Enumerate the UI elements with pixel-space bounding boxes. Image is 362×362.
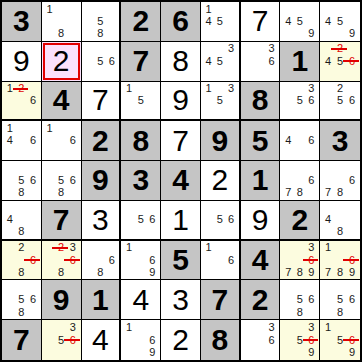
candidate-grid: 16 xyxy=(42,121,81,160)
solved-digit: 7 xyxy=(241,2,280,41)
cell-r3c1[interactable]: 126 xyxy=(2,82,42,122)
candidate-8: 8 xyxy=(16,306,28,318)
candidate-grid: 56 xyxy=(201,201,239,239)
candidate-7: 7 xyxy=(322,266,334,278)
candidate-1: 1 xyxy=(4,122,16,134)
candidate-5: 5 xyxy=(294,15,306,27)
candidate-grid: 56 xyxy=(121,201,160,239)
candidate-5: 5 xyxy=(334,94,346,106)
candidate-8: 8 xyxy=(294,266,306,278)
cell-r6c2[interactable]: 7 xyxy=(42,201,82,241)
candidate-8: 8 xyxy=(16,266,28,278)
cell-r8c1[interactable]: 568 xyxy=(2,280,42,320)
given-digit: 1 xyxy=(280,42,319,81)
candidate-grid: 145 xyxy=(201,2,239,41)
solved-digit: 2 xyxy=(161,320,200,360)
candidate-9: 9 xyxy=(147,266,159,278)
candidate-grid: 345 xyxy=(201,42,239,81)
cell-r3c3[interactable]: 7 xyxy=(82,82,122,122)
candidate-8: 8 xyxy=(55,187,67,199)
cell-r5c1[interactable]: 568 xyxy=(2,161,42,201)
candidate-grid: 356 xyxy=(42,320,81,360)
given-digit: 2 xyxy=(82,121,120,160)
solved-digit: 7 xyxy=(161,121,200,160)
cell-r1c2[interactable]: 18 xyxy=(42,2,82,42)
cell-r6c6[interactable]: 56 xyxy=(201,201,241,241)
cell-r5c7[interactable]: 1 xyxy=(241,161,281,201)
given-digit: 4 xyxy=(42,82,81,120)
candidate-1: 1 xyxy=(203,3,214,15)
cell-r5c9[interactable]: 678 xyxy=(320,161,360,201)
candidate-grid: 58 xyxy=(82,2,120,41)
candidate-4: 4 xyxy=(203,55,214,67)
candidate-4: 4 xyxy=(4,135,16,147)
candidate-8: 8 xyxy=(334,187,346,199)
candidate-6: 6 xyxy=(306,135,318,147)
candidate-8: 8 xyxy=(55,28,67,40)
candidate-8: 8 xyxy=(55,266,67,278)
candidate-grid: 36789 xyxy=(280,241,319,280)
cell-r1c8[interactable]: 459 xyxy=(280,2,320,42)
cell-r6c7[interactable]: 9 xyxy=(241,201,281,241)
cell-r3c8[interactable]: 356 xyxy=(280,82,320,122)
candidate-6: 6 xyxy=(147,334,159,347)
given-digit: 8 xyxy=(121,121,160,160)
cell-r5c8[interactable]: 678 xyxy=(280,161,320,201)
candidate-grid: 3569 xyxy=(280,320,319,360)
candidate-6: 6 xyxy=(27,135,39,147)
cell-r9c5[interactable]: 2 xyxy=(161,320,201,360)
given-digit: 2 xyxy=(121,2,160,41)
cell-r7c6[interactable]: 16 xyxy=(201,241,241,281)
candidate-6: 6 xyxy=(106,254,117,266)
candidate-6-eliminated: 6 xyxy=(306,254,318,266)
given-digit: 2 xyxy=(241,280,280,319)
candidate-grid: 15 xyxy=(121,82,160,120)
cell-r1c7[interactable]: 7 xyxy=(241,2,281,42)
cell-r4c2[interactable]: 16 xyxy=(42,121,82,161)
cell-r6c5[interactable]: 1 xyxy=(161,201,201,241)
cell-r7c4[interactable]: 169 xyxy=(121,241,161,281)
cell-r7c2[interactable]: 2368 xyxy=(42,241,82,281)
cell-r7c8[interactable]: 36789 xyxy=(280,241,320,281)
candidate-7: 7 xyxy=(282,266,294,278)
cell-r5c5[interactable]: 4 xyxy=(161,161,201,201)
candidate-8: 8 xyxy=(334,306,346,318)
candidate-6: 6 xyxy=(147,254,159,266)
given-digit: 5 xyxy=(161,241,200,280)
candidate-9: 9 xyxy=(346,346,358,359)
candidate-9: 9 xyxy=(306,346,318,359)
candidate-grid: 459 xyxy=(320,2,360,41)
cell-r4c3[interactable]: 2 xyxy=(82,121,122,161)
cell-r1c3[interactable]: 58 xyxy=(82,2,122,42)
cell-r2c8[interactable]: 1 xyxy=(280,42,320,82)
cell-r1c4[interactable]: 2 xyxy=(121,2,161,42)
given-digit: 6 xyxy=(161,2,200,41)
cell-r9c1[interactable]: 7 xyxy=(2,320,42,360)
candidate-grid: 568 xyxy=(280,280,319,319)
candidate-grid: 48 xyxy=(2,201,41,239)
cell-r2c4[interactable]: 7 xyxy=(121,42,161,82)
candidate-1: 1 xyxy=(123,321,135,334)
candidate-grid: 459 xyxy=(280,2,319,41)
cell-r4c1[interactable]: 146 xyxy=(2,121,42,161)
cell-r4c6[interactable]: 9 xyxy=(201,121,241,161)
candidate-4: 4 xyxy=(282,135,294,147)
cell-r8c2[interactable]: 9 xyxy=(42,280,82,320)
candidate-grid: 16789 xyxy=(320,241,360,280)
candidate-5: 5 xyxy=(214,94,225,106)
candidate-grid: 48 xyxy=(320,201,360,239)
candidate-5: 5 xyxy=(294,294,306,306)
cell-r9c2[interactable]: 356 xyxy=(42,320,82,360)
candidate-1: 1 xyxy=(44,3,56,15)
candidate-6: 6 xyxy=(67,135,79,147)
cell-r3c5[interactable]: 9 xyxy=(161,82,201,122)
candidate-5: 5 xyxy=(135,94,147,106)
candidate-6: 6 xyxy=(306,174,318,186)
candidate-6: 6 xyxy=(346,94,358,106)
cell-r4c9[interactable]: 3 xyxy=(320,121,360,161)
candidate-6-eliminated: 6 xyxy=(27,254,39,266)
candidate-9: 9 xyxy=(147,346,159,359)
cell-r1c6[interactable]: 145 xyxy=(201,2,241,42)
solved-digit: 7 xyxy=(82,82,120,120)
cell-r9c7[interactable]: 36 xyxy=(241,320,281,360)
given-digit: 7 xyxy=(201,280,239,319)
candidate-3: 3 xyxy=(306,83,318,95)
cell-r4c4[interactable]: 8 xyxy=(121,121,161,161)
candidate-4: 4 xyxy=(322,55,334,67)
given-digit: 8 xyxy=(241,82,280,120)
given-digit: 3 xyxy=(320,121,360,160)
candidate-grid: 1569 xyxy=(320,320,360,360)
solved-digit: 3 xyxy=(161,280,200,319)
cell-r8c6[interactable]: 7 xyxy=(201,280,241,320)
candidate-5: 5 xyxy=(214,214,225,226)
given-digit: 7 xyxy=(42,201,81,239)
cell-r1c9[interactable]: 459 xyxy=(320,2,360,42)
given-digit: 5 xyxy=(241,121,280,160)
candidate-1: 1 xyxy=(123,242,135,254)
cell-r3c2[interactable]: 4 xyxy=(42,82,82,122)
candidate-5: 5 xyxy=(16,294,28,306)
cell-r1c1[interactable]: 3 xyxy=(2,2,42,42)
given-digit: 1 xyxy=(241,161,280,200)
candidate-6: 6 xyxy=(147,214,159,226)
cell-r9c8[interactable]: 3569 xyxy=(280,320,320,360)
candidate-4: 4 xyxy=(322,214,334,226)
candidate-6-eliminated: 6 xyxy=(67,334,79,347)
candidate-9: 9 xyxy=(346,266,358,278)
candidate-6: 6 xyxy=(266,334,278,347)
cell-r8c8[interactable]: 568 xyxy=(280,280,320,320)
given-digit: 4 xyxy=(241,241,280,280)
candidate-5: 5 xyxy=(214,15,225,27)
candidate-6: 6 xyxy=(346,294,358,306)
candidate-grid: 146 xyxy=(2,121,41,160)
candidate-grid: 568 xyxy=(42,161,81,200)
candidate-grid: 678 xyxy=(320,161,360,200)
candidate-5: 5 xyxy=(135,214,147,226)
given-digit: 8 xyxy=(201,320,239,360)
candidate-grid: 18 xyxy=(42,2,81,41)
candidate-grid: 135 xyxy=(201,82,239,120)
candidate-3: 3 xyxy=(67,242,79,254)
cell-r4c8[interactable]: 46 xyxy=(280,121,320,161)
candidate-6: 6 xyxy=(266,55,278,67)
cell-r6c8[interactable]: 2 xyxy=(280,201,320,241)
candidate-1: 1 xyxy=(322,242,334,254)
candidate-1: 1 xyxy=(322,321,334,334)
cell-r2c3[interactable]: 56 xyxy=(82,42,122,82)
candidate-6: 6 xyxy=(306,294,318,306)
candidate-5: 5 xyxy=(334,294,346,306)
candidate-7: 7 xyxy=(322,187,334,199)
given-digit: 7 xyxy=(121,42,160,81)
candidate-6: 6 xyxy=(67,174,79,186)
given-digit: 9 xyxy=(82,161,120,200)
candidate-6: 6 xyxy=(27,94,39,106)
solved-digit: 8 xyxy=(161,42,200,81)
candidate-3: 3 xyxy=(225,83,236,95)
candidate-9: 9 xyxy=(346,28,358,40)
given-digit: 7 xyxy=(2,320,41,360)
candidate-8: 8 xyxy=(334,226,346,238)
candidate-6: 6 xyxy=(346,174,358,186)
cell-r7c3[interactable]: 68 xyxy=(82,241,122,281)
candidate-7: 7 xyxy=(282,187,294,199)
cell-r7c9[interactable]: 16789 xyxy=(320,241,360,281)
candidate-grid: 169 xyxy=(121,320,160,360)
cell-r8c7[interactable]: 2 xyxy=(241,280,281,320)
cell-r9c9[interactable]: 1569 xyxy=(320,320,360,360)
cell-r5c3[interactable]: 9 xyxy=(82,161,122,201)
candidate-2: 2 xyxy=(16,242,28,254)
cell-r7c1[interactable]: 268 xyxy=(2,241,42,281)
candidate-grid: 36 xyxy=(241,320,280,360)
candidate-2-eliminated: 2 xyxy=(334,43,346,55)
candidate-6-eliminated: 6 xyxy=(346,334,358,347)
candidate-grid: 2456 xyxy=(320,42,360,81)
solved-digit: 1 xyxy=(161,201,200,239)
cell-r2c2[interactable]: 2 xyxy=(42,42,82,82)
cell-r7c7[interactable]: 4 xyxy=(241,241,281,281)
cell-r2c6[interactable]: 345 xyxy=(201,42,241,82)
cell-r4c7[interactable]: 5 xyxy=(241,121,281,161)
candidate-1: 1 xyxy=(203,83,214,95)
cell-r4c5[interactable]: 7 xyxy=(161,121,201,161)
cell-r2c1[interactable]: 9 xyxy=(2,42,42,82)
candidate-3: 3 xyxy=(306,321,318,334)
given-digit: 1 xyxy=(82,280,120,319)
candidate-6: 6 xyxy=(27,294,39,306)
cell-r2c7[interactable]: 36 xyxy=(241,42,281,82)
candidate-3: 3 xyxy=(266,321,278,334)
cell-r6c3[interactable]: 3 xyxy=(82,201,122,241)
candidate-5: 5 xyxy=(294,94,306,106)
cell-r5c6[interactable]: 2 xyxy=(201,161,241,201)
candidate-grid: 568 xyxy=(320,280,360,319)
candidate-5: 5 xyxy=(95,15,106,27)
cell-r6c9[interactable]: 48 xyxy=(320,201,360,241)
candidate-2-eliminated: 2 xyxy=(55,242,67,254)
candidate-grid: 2368 xyxy=(42,241,81,280)
candidate-1: 1 xyxy=(44,122,56,134)
candidate-grid: 126 xyxy=(2,82,41,120)
cell-r9c4[interactable]: 169 xyxy=(121,320,161,360)
candidate-3: 3 xyxy=(306,242,318,254)
solved-digit: 4 xyxy=(121,280,160,319)
candidate-grid: 678 xyxy=(280,161,319,200)
given-digit: 3 xyxy=(2,2,41,41)
candidate-2-eliminated: 2 xyxy=(16,83,28,95)
cell-r8c5[interactable]: 3 xyxy=(161,280,201,320)
cell-r9c6[interactable]: 8 xyxy=(201,320,241,360)
cell-r5c2[interactable]: 568 xyxy=(42,161,82,201)
candidate-3: 3 xyxy=(266,43,278,55)
candidate-2: 2 xyxy=(334,83,346,95)
solved-digit: 9 xyxy=(241,201,280,239)
solved-digit: 4 xyxy=(82,320,120,360)
candidate-3: 3 xyxy=(67,321,79,334)
candidate-9: 9 xyxy=(306,28,318,40)
given-digit: 3 xyxy=(121,161,160,200)
cell-r3c6[interactable]: 135 xyxy=(201,82,241,122)
given-digit: 9 xyxy=(42,280,81,319)
candidate-8: 8 xyxy=(334,266,346,278)
candidate-6-eliminated: 6 xyxy=(346,55,358,67)
candidate-grid: 46 xyxy=(280,121,319,160)
cell-r1c5[interactable]: 6 xyxy=(161,2,201,42)
candidate-8: 8 xyxy=(95,266,106,278)
solved-digit: 9 xyxy=(2,42,41,81)
candidate-4: 4 xyxy=(322,15,334,27)
candidate-4: 4 xyxy=(4,214,16,226)
given-digit: 9 xyxy=(201,121,239,160)
cell-r8c4[interactable]: 4 xyxy=(121,280,161,320)
solved-digit: 9 xyxy=(161,82,200,120)
cell-r3c4[interactable]: 15 xyxy=(121,82,161,122)
candidate-6-eliminated: 6 xyxy=(306,334,318,347)
candidate-grid: 256 xyxy=(320,82,360,120)
candidate-grid: 56 xyxy=(82,42,120,81)
cell-r3c9[interactable]: 256 xyxy=(320,82,360,122)
candidate-1: 1 xyxy=(123,83,135,95)
solved-digit: 2 xyxy=(42,42,81,81)
candidate-grid: 169 xyxy=(121,241,160,280)
candidate-grid: 568 xyxy=(2,161,41,200)
solved-digit: 2 xyxy=(201,161,239,200)
candidate-6: 6 xyxy=(225,214,236,226)
candidate-1: 1 xyxy=(203,242,214,254)
candidate-6-eliminated: 6 xyxy=(67,254,79,266)
cell-r6c1[interactable]: 48 xyxy=(2,201,42,241)
candidate-4: 4 xyxy=(282,15,294,27)
cell-r9c3[interactable]: 4 xyxy=(82,320,122,360)
candidate-grid: 16 xyxy=(201,241,239,280)
cell-r8c3[interactable]: 1 xyxy=(82,280,122,320)
candidate-3: 3 xyxy=(225,43,236,55)
candidate-8: 8 xyxy=(294,187,306,199)
candidate-6: 6 xyxy=(306,94,318,106)
candidate-5: 5 xyxy=(55,174,67,186)
candidate-6: 6 xyxy=(106,55,117,67)
cell-r7c5[interactable]: 5 xyxy=(161,241,201,281)
candidate-5: 5 xyxy=(334,15,346,27)
candidate-grid: 356 xyxy=(280,82,319,120)
candidate-8: 8 xyxy=(16,187,28,199)
candidate-grid: 268 xyxy=(2,241,41,280)
candidate-6-eliminated: 6 xyxy=(346,254,358,266)
candidate-grid: 36 xyxy=(241,42,280,81)
given-digit: 2 xyxy=(280,201,319,239)
solved-digit: 3 xyxy=(82,201,120,239)
cell-r3c7[interactable]: 8 xyxy=(241,82,281,122)
cell-r8c9[interactable]: 568 xyxy=(320,280,360,320)
candidate-5: 5 xyxy=(16,174,28,186)
given-digit: 4 xyxy=(161,161,200,200)
candidate-8: 8 xyxy=(16,226,28,238)
candidate-6: 6 xyxy=(27,174,39,186)
cell-r6c4[interactable]: 56 xyxy=(121,201,161,241)
candidate-8: 8 xyxy=(95,28,106,40)
cell-r2c9[interactable]: 2456 xyxy=(320,42,360,82)
sudoku-board: 3185826145745945992567834536124561264715… xyxy=(0,0,362,362)
candidate-5: 5 xyxy=(214,55,225,67)
candidate-9: 9 xyxy=(306,266,318,278)
candidate-4: 4 xyxy=(203,15,214,27)
candidate-grid: 68 xyxy=(82,241,120,280)
cell-r5c4[interactable]: 3 xyxy=(121,161,161,201)
candidate-5: 5 xyxy=(95,55,106,67)
candidate-8: 8 xyxy=(294,306,306,318)
candidate-6: 6 xyxy=(225,254,236,266)
candidate-grid: 568 xyxy=(2,280,41,319)
cell-r2c5[interactable]: 8 xyxy=(161,42,201,82)
